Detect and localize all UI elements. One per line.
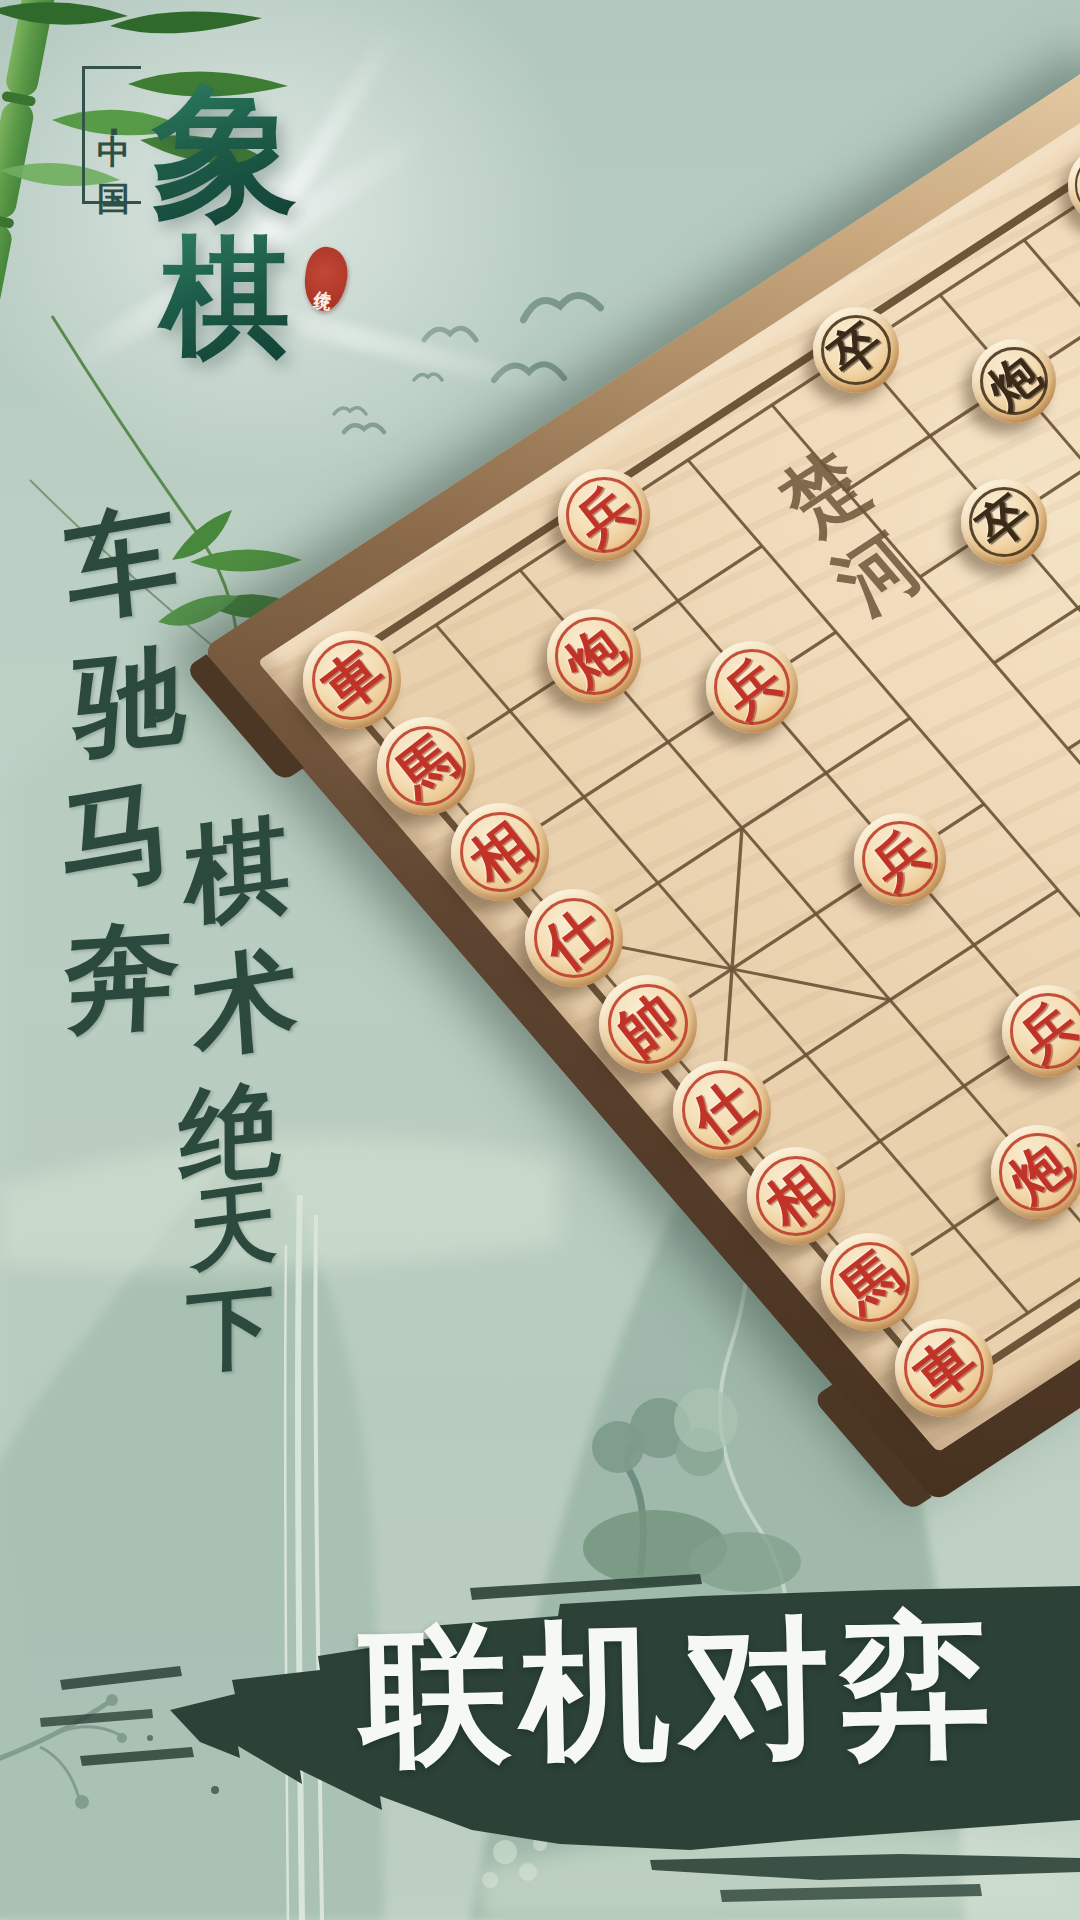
slogan-2-char: 下: [186, 1265, 274, 1394]
slogan-2-char: 术: [188, 923, 302, 1085]
banner-label: 联机对弈: [318, 1602, 1041, 1777]
logo-bracket: 中·国: [82, 66, 141, 204]
logo-title: 象 棋: [145, 76, 305, 366]
online-match-banner[interactable]: 联机对弈: [0, 1560, 1080, 1920]
promo-screen: 楚河漢界 車卒炮兵卒炮車兵卒馬相兵仕帥兵仕炮相馬車 中·国 象 棋 传统 车驰马…: [0, 0, 1080, 1920]
slogan-1-char: 奔: [61, 896, 182, 1061]
seal-label: 传统: [314, 276, 337, 283]
logo-country-label: 中·国: [91, 108, 136, 162]
logo-title-char: 象: [145, 76, 305, 228]
logo-title-char: 棋: [145, 228, 305, 366]
